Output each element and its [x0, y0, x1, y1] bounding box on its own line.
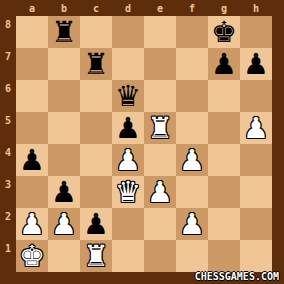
square-f6 — [176, 80, 208, 112]
square-d1 — [112, 240, 144, 272]
square-e6 — [144, 80, 176, 112]
black-rook: ♜ — [51, 18, 77, 47]
square-b4 — [48, 144, 80, 176]
file-label-f: f — [176, 0, 208, 17]
file-labels: abcdefgh — [16, 0, 272, 16]
square-f7 — [176, 48, 208, 80]
square-a3 — [16, 176, 48, 208]
square-a7 — [16, 48, 48, 80]
chess-board: ♜♚♜♟♟♛♟♜♟♟♟♟♟♛♟♟♟♟♟♚♜ — [16, 16, 272, 272]
file-label-e: e — [144, 0, 176, 17]
rank-label-4: 4 — [0, 144, 16, 176]
black-pawn: ♟ — [83, 210, 109, 239]
square-g4 — [208, 144, 240, 176]
white-pawn: ♟ — [51, 210, 77, 239]
black-pawn: ♟ — [51, 178, 77, 207]
square-h7: ♟ — [240, 48, 272, 80]
square-f4: ♟ — [176, 144, 208, 176]
square-f8 — [176, 16, 208, 48]
white-pawn: ♟ — [147, 178, 173, 207]
square-e1 — [144, 240, 176, 272]
square-b5 — [48, 112, 80, 144]
square-a6 — [16, 80, 48, 112]
square-c7: ♜ — [80, 48, 112, 80]
square-e8 — [144, 16, 176, 48]
square-d2 — [112, 208, 144, 240]
square-e7 — [144, 48, 176, 80]
square-g6 — [208, 80, 240, 112]
file-label-c: c — [80, 0, 112, 17]
square-h8 — [240, 16, 272, 48]
file-label-d: d — [112, 0, 144, 17]
square-e3: ♟ — [144, 176, 176, 208]
black-rook: ♜ — [83, 50, 109, 79]
black-pawn: ♟ — [243, 50, 269, 79]
square-b2: ♟ — [48, 208, 80, 240]
white-pawn: ♟ — [19, 210, 45, 239]
rank-label-6: 6 — [0, 80, 16, 112]
square-d3: ♛ — [112, 176, 144, 208]
square-h3 — [240, 176, 272, 208]
square-f3 — [176, 176, 208, 208]
rank-labels: 87654321 — [0, 16, 16, 272]
square-f1 — [176, 240, 208, 272]
square-g3 — [208, 176, 240, 208]
square-e4 — [144, 144, 176, 176]
square-g5 — [208, 112, 240, 144]
chess-diagram-frame: abcdefgh 87654321 ♜♚♜♟♟♛♟♜♟♟♟♟♟♛♟♟♟♟♟♚♜ … — [0, 0, 284, 284]
square-d7 — [112, 48, 144, 80]
square-f5 — [176, 112, 208, 144]
white-rook: ♜ — [83, 242, 109, 271]
square-h6 — [240, 80, 272, 112]
square-d5: ♟ — [112, 112, 144, 144]
square-c3 — [80, 176, 112, 208]
square-g8: ♚ — [208, 16, 240, 48]
black-king: ♚ — [211, 18, 237, 47]
square-h4 — [240, 144, 272, 176]
white-king: ♚ — [19, 242, 45, 271]
black-pawn: ♟ — [211, 50, 237, 79]
square-c5 — [80, 112, 112, 144]
square-g7: ♟ — [208, 48, 240, 80]
square-a8 — [16, 16, 48, 48]
white-pawn: ♟ — [115, 146, 141, 175]
white-rook: ♜ — [147, 114, 173, 143]
square-h1 — [240, 240, 272, 272]
white-pawn: ♟ — [179, 146, 205, 175]
square-d8 — [112, 16, 144, 48]
rank-label-2: 2 — [0, 208, 16, 240]
square-b3: ♟ — [48, 176, 80, 208]
file-label-a: a — [16, 0, 48, 17]
square-c6 — [80, 80, 112, 112]
square-b6 — [48, 80, 80, 112]
rank-label-3: 3 — [0, 176, 16, 208]
file-label-h: h — [240, 0, 272, 17]
square-d4: ♟ — [112, 144, 144, 176]
square-a4: ♟ — [16, 144, 48, 176]
rank-label-5: 5 — [0, 112, 16, 144]
square-h2 — [240, 208, 272, 240]
square-c8 — [80, 16, 112, 48]
square-b7 — [48, 48, 80, 80]
square-a5 — [16, 112, 48, 144]
square-g2 — [208, 208, 240, 240]
square-a2: ♟ — [16, 208, 48, 240]
black-pawn: ♟ — [19, 146, 45, 175]
chessgames-watermark: CHESSGAMES.COM — [195, 271, 279, 284]
rank-label-1: 1 — [0, 240, 16, 272]
square-g1 — [208, 240, 240, 272]
white-queen: ♛ — [115, 178, 141, 207]
black-pawn: ♟ — [115, 114, 141, 143]
white-pawn: ♟ — [179, 210, 205, 239]
square-b8: ♜ — [48, 16, 80, 48]
rank-label-7: 7 — [0, 48, 16, 80]
square-b1 — [48, 240, 80, 272]
square-e2 — [144, 208, 176, 240]
rank-label-8: 8 — [0, 16, 16, 48]
square-f2: ♟ — [176, 208, 208, 240]
square-a1: ♚ — [16, 240, 48, 272]
black-queen: ♛ — [115, 82, 141, 111]
square-d6: ♛ — [112, 80, 144, 112]
white-pawn: ♟ — [243, 114, 269, 143]
square-h5: ♟ — [240, 112, 272, 144]
square-c1: ♜ — [80, 240, 112, 272]
square-e5: ♜ — [144, 112, 176, 144]
square-c2: ♟ — [80, 208, 112, 240]
square-c4 — [80, 144, 112, 176]
